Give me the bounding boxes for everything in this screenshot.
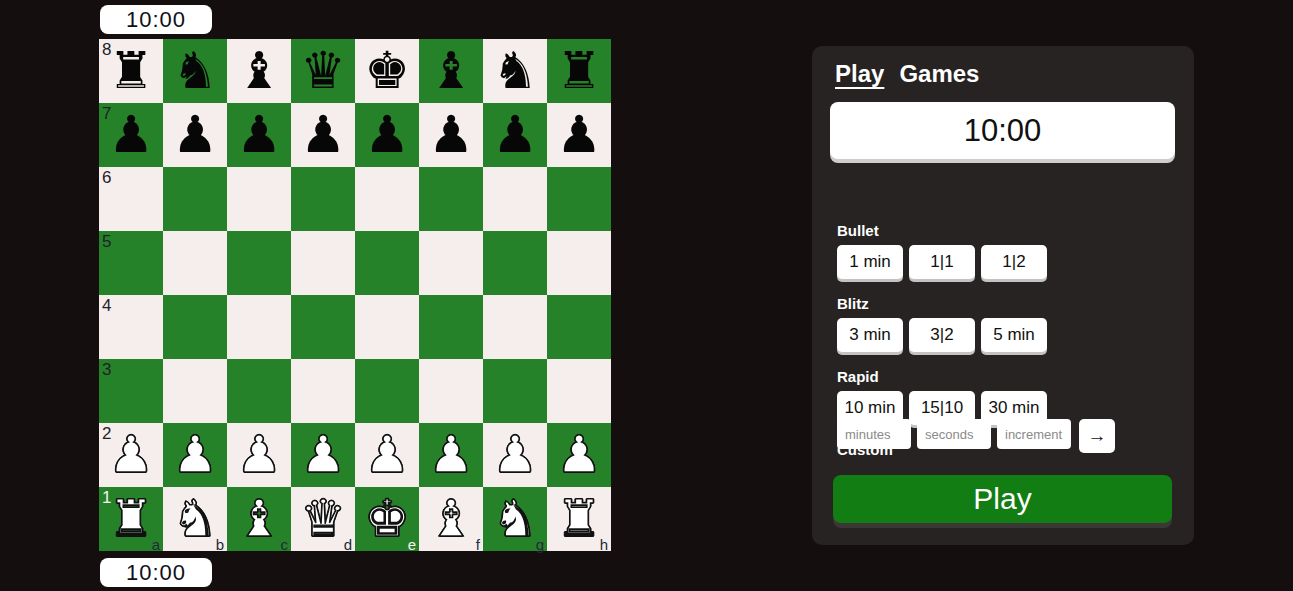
square-e7[interactable]: ♟ (355, 103, 419, 167)
piece-white-pawn[interactable]: ♟ (547, 423, 611, 487)
square-c1[interactable]: c♝ (227, 487, 291, 551)
square-h2[interactable]: ♟ (547, 423, 611, 487)
piece-white-pawn[interactable]: ♟ (355, 423, 419, 487)
rank-label: 8 (102, 40, 111, 60)
bullet-1min-button[interactable]: 1 min (837, 245, 903, 279)
selected-time-display: 10:00 (830, 102, 1175, 159)
square-a1[interactable]: 1a♜ (99, 487, 163, 551)
piece-black-pawn[interactable]: ♟ (163, 103, 227, 167)
custom-time-row: → (837, 419, 1115, 453)
piece-black-pawn[interactable]: ♟ (355, 103, 419, 167)
square-f8[interactable]: ♝ (419, 39, 483, 103)
square-c6[interactable] (227, 167, 291, 231)
square-c3[interactable] (227, 359, 291, 423)
bullet-1plus2-button[interactable]: 1|2 (981, 245, 1047, 279)
square-h8[interactable]: ♜ (547, 39, 611, 103)
square-f7[interactable]: ♟ (419, 103, 483, 167)
bullet-button-row: 1 min 1|1 1|2 (837, 245, 1047, 279)
square-h1[interactable]: h♜ (547, 487, 611, 551)
piece-white-bishop[interactable]: ♝ (419, 487, 483, 551)
square-f5[interactable] (419, 231, 483, 295)
rank-label: 7 (102, 104, 111, 124)
square-e6[interactable] (355, 167, 419, 231)
square-e1[interactable]: e♚ (355, 487, 419, 551)
piece-black-pawn[interactable]: ♟ (291, 103, 355, 167)
piece-black-rook[interactable]: ♜ (547, 39, 611, 103)
square-b6[interactable] (163, 167, 227, 231)
square-g3[interactable] (483, 359, 547, 423)
square-f2[interactable]: ♟ (419, 423, 483, 487)
square-b1[interactable]: b♞ (163, 487, 227, 551)
piece-white-pawn[interactable]: ♟ (419, 423, 483, 487)
square-c7[interactable]: ♟ (227, 103, 291, 167)
piece-white-pawn[interactable]: ♟ (227, 423, 291, 487)
square-d6[interactable] (291, 167, 355, 231)
square-c8[interactable]: ♝ (227, 39, 291, 103)
square-a8[interactable]: 8♜ (99, 39, 163, 103)
square-h3[interactable] (547, 359, 611, 423)
blitz-section-label: Blitz (837, 295, 869, 312)
square-a6[interactable]: 6 (99, 167, 163, 231)
square-d5[interactable] (291, 231, 355, 295)
square-e2[interactable]: ♟ (355, 423, 419, 487)
square-g6[interactable] (483, 167, 547, 231)
piece-white-pawn[interactable]: ♟ (291, 423, 355, 487)
square-b3[interactable] (163, 359, 227, 423)
blitz-3min-button[interactable]: 3 min (837, 318, 903, 352)
square-g2[interactable]: ♟ (483, 423, 547, 487)
square-e3[interactable] (355, 359, 419, 423)
square-d1[interactable]: d♛ (291, 487, 355, 551)
square-d4[interactable] (291, 295, 355, 359)
square-h7[interactable]: ♟ (547, 103, 611, 167)
square-h5[interactable] (547, 231, 611, 295)
square-h6[interactable] (547, 167, 611, 231)
custom-seconds-input[interactable] (917, 419, 991, 449)
square-g1[interactable]: g♞ (483, 487, 547, 551)
tab-play[interactable]: Play (835, 60, 884, 88)
rank-label: 3 (102, 360, 111, 380)
chess-board: 8♜♞♝♛♚♝♞♜7♟♟♟♟♟♟♟♟65432♟♟♟♟♟♟♟♟1a♜b♞c♝d♛… (99, 39, 611, 551)
file-label: f (476, 536, 480, 553)
square-d3[interactable] (291, 359, 355, 423)
piece-black-knight[interactable]: ♞ (163, 39, 227, 103)
file-label: h (600, 536, 608, 553)
piece-black-knight[interactable]: ♞ (483, 39, 547, 103)
opponent-clock: 10:00 (100, 5, 212, 34)
rank-label: 1 (102, 488, 111, 508)
piece-black-pawn[interactable]: ♟ (419, 103, 483, 167)
piece-black-pawn[interactable]: ♟ (227, 103, 291, 167)
square-b2[interactable]: ♟ (163, 423, 227, 487)
square-d2[interactable]: ♟ (291, 423, 355, 487)
file-label: g (536, 536, 544, 553)
square-f3[interactable] (419, 359, 483, 423)
square-c4[interactable] (227, 295, 291, 359)
piece-black-pawn[interactable]: ♟ (483, 103, 547, 167)
square-a7[interactable]: 7♟ (99, 103, 163, 167)
square-a3[interactable]: 3 (99, 359, 163, 423)
piece-white-pawn[interactable]: ♟ (163, 423, 227, 487)
rank-label: 2 (102, 424, 111, 444)
rank-label: 4 (102, 296, 111, 316)
square-c5[interactable] (227, 231, 291, 295)
custom-minutes-input[interactable] (837, 419, 911, 449)
blitz-button-row: 3 min 3|2 5 min (837, 318, 1047, 352)
piece-black-queen[interactable]: ♛ (291, 39, 355, 103)
blitz-5min-button[interactable]: 5 min (981, 318, 1047, 352)
piece-black-pawn[interactable]: ♟ (547, 103, 611, 167)
file-label: e (408, 536, 416, 553)
piece-white-pawn[interactable]: ♟ (483, 423, 547, 487)
square-g4[interactable] (483, 295, 547, 359)
play-button[interactable]: Play (833, 475, 1172, 523)
square-a5[interactable]: 5 (99, 231, 163, 295)
file-label: a (152, 536, 160, 553)
game-setup-panel: Play Games 10:00 Bullet 1 min 1|1 1|2 Bl… (812, 46, 1194, 545)
square-a4[interactable]: 4 (99, 295, 163, 359)
piece-black-king[interactable]: ♚ (355, 39, 419, 103)
square-h4[interactable] (547, 295, 611, 359)
tab-games[interactable]: Games (899, 60, 979, 88)
file-label: b (216, 536, 224, 553)
blitz-3plus2-button[interactable]: 3|2 (909, 318, 975, 352)
rapid-section-label: Rapid (837, 368, 879, 385)
square-d8[interactable]: ♛ (291, 39, 355, 103)
square-f4[interactable] (419, 295, 483, 359)
square-g5[interactable] (483, 231, 547, 295)
square-f6[interactable] (419, 167, 483, 231)
square-c2[interactable]: ♟ (227, 423, 291, 487)
file-label: c (281, 536, 289, 553)
piece-black-bishop[interactable]: ♝ (227, 39, 291, 103)
bullet-1plus1-button[interactable]: 1|1 (909, 245, 975, 279)
piece-black-bishop[interactable]: ♝ (419, 39, 483, 103)
player-clock: 10:00 (100, 558, 212, 587)
square-d7[interactable]: ♟ (291, 103, 355, 167)
square-g8[interactable]: ♞ (483, 39, 547, 103)
square-b4[interactable] (163, 295, 227, 359)
square-e5[interactable] (355, 231, 419, 295)
rank-label: 6 (102, 168, 111, 188)
custom-increment-input[interactable] (997, 419, 1071, 449)
square-b5[interactable] (163, 231, 227, 295)
square-g7[interactable]: ♟ (483, 103, 547, 167)
square-a2[interactable]: 2♟ (99, 423, 163, 487)
custom-submit-arrow-icon[interactable]: → (1079, 419, 1115, 453)
rank-label: 5 (102, 232, 111, 252)
square-e4[interactable] (355, 295, 419, 359)
panel-tabs: Play Games (835, 60, 979, 88)
bullet-section-label: Bullet (837, 222, 879, 239)
file-label: d (344, 536, 352, 553)
square-b8[interactable]: ♞ (163, 39, 227, 103)
square-f1[interactable]: f♝ (419, 487, 483, 551)
square-b7[interactable]: ♟ (163, 103, 227, 167)
square-e8[interactable]: ♚ (355, 39, 419, 103)
